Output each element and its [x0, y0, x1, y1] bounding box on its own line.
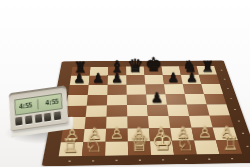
black-pawn[interactable]: ♟: [167, 71, 179, 84]
black-queen[interactable]: ♛: [127, 57, 144, 75]
black-pawn[interactable]: ♟: [111, 71, 123, 84]
white-king[interactable]: ♔: [152, 130, 174, 154]
square-a7[interactable]: ♟: [70, 76, 90, 86]
square-g7[interactable]: ♟: [181, 75, 201, 84]
black-pawn[interactable]: ♟: [151, 90, 164, 104]
frame-marker-dot: [221, 70, 223, 71]
white-rook[interactable]: ♖: [62, 137, 79, 156]
square-h4[interactable]: [207, 104, 230, 115]
square-g5[interactable]: [185, 94, 207, 105]
frame-marker-dot: [139, 159, 141, 161]
clock-button-4[interactable]: [44, 113, 51, 122]
frame-marker-dot: [238, 120, 240, 121]
clock-button-2[interactable]: [25, 115, 32, 124]
white-rook[interactable]: ♖: [222, 135, 238, 153]
square-e5[interactable]: ♟: [146, 94, 167, 105]
square-f4[interactable]: [167, 105, 189, 116]
square-f6[interactable]: [164, 84, 185, 94]
frame-marker-dot: [234, 109, 236, 110]
white-pawn[interactable]: ♙: [198, 124, 212, 140]
clock-button-1[interactable]: [15, 117, 22, 126]
frame-marker-dot: [242, 133, 245, 134]
square-f7[interactable]: ♟: [163, 75, 183, 84]
square-b4[interactable]: [86, 105, 107, 117]
square-c1[interactable]: [105, 141, 128, 155]
square-b7[interactable]: ♟: [89, 76, 108, 86]
square-g4[interactable]: [187, 104, 210, 115]
frame-marker-dot: [162, 159, 164, 161]
square-d5[interactable]: [127, 94, 147, 105]
square-g6[interactable]: [183, 84, 204, 94]
square-c2[interactable]: ♙: [106, 129, 128, 142]
square-f1[interactable]: ♘: [172, 141, 197, 155]
product-photo-scene: 4:55 4:55 ♜♝♛♚♞♜♟♟♟♟♟♟♙♙♙♙♙♙♙♙♖♘♕♔♘♖: [0, 0, 250, 167]
square-d7[interactable]: [126, 75, 145, 84]
square-e8[interactable]: ♚: [144, 66, 163, 75]
black-king[interactable]: ♚: [145, 56, 162, 75]
square-b1[interactable]: ♘: [82, 142, 106, 156]
square-a1[interactable]: ♖: [59, 142, 84, 156]
white-queen[interactable]: ♕: [129, 131, 150, 154]
clock-button-5[interactable]: [54, 111, 61, 120]
frame-marker-dot: [115, 160, 117, 162]
square-e4[interactable]: [147, 105, 169, 116]
frame-marker-dot: [92, 160, 94, 162]
board-grid: ♜♝♛♚♞♜♟♟♟♟♟♟♙♙♙♙♙♙♙♙♖♘♕♔♘♖: [59, 66, 242, 156]
frame-marker-dot: [68, 161, 71, 163]
frame-marker-dot: [246, 146, 249, 147]
clock-button-3[interactable]: [34, 114, 41, 123]
square-h8[interactable]: ♜: [197, 66, 217, 75]
square-h1[interactable]: ♖: [216, 140, 242, 154]
black-pawn[interactable]: ♟: [92, 71, 104, 84]
square-c4[interactable]: [107, 105, 128, 117]
square-b6[interactable]: [88, 85, 108, 95]
square-c7[interactable]: ♟: [108, 75, 127, 84]
square-d6[interactable]: [126, 85, 146, 95]
square-c5[interactable]: [107, 95, 127, 106]
square-h6[interactable]: [201, 84, 223, 94]
black-pawn[interactable]: ♟: [73, 71, 85, 84]
black-rook[interactable]: ♜: [201, 60, 214, 75]
clock-body: 4:55 4:55: [9, 85, 68, 131]
chess-clock: 4:55 4:55: [5, 81, 78, 142]
left-player-time: 4:55: [19, 101, 32, 111]
frame-marker-dot: [185, 159, 188, 161]
white-pawn[interactable]: ♙: [110, 125, 124, 141]
white-knight[interactable]: ♘: [176, 133, 195, 154]
square-d8[interactable]: ♛: [126, 66, 144, 75]
frame-marker-dot: [230, 98, 232, 99]
square-b5[interactable]: [87, 95, 108, 106]
frame-marker-dot: [231, 158, 234, 159]
frame-marker-dot: [224, 79, 226, 80]
square-e1[interactable]: ♔: [150, 141, 174, 155]
white-knight[interactable]: ♘: [84, 134, 103, 155]
frame-marker-dot: [227, 88, 229, 89]
black-pawn[interactable]: ♟: [186, 71, 198, 84]
right-player-time: 4:55: [45, 98, 58, 108]
square-f5[interactable]: [165, 94, 186, 105]
square-h7[interactable]: [199, 75, 220, 84]
square-c6[interactable]: [107, 85, 126, 95]
square-d1[interactable]: ♕: [128, 141, 151, 155]
frame-marker-dot: [208, 158, 211, 159]
square-h5[interactable]: [204, 94, 226, 105]
square-e7[interactable]: [145, 75, 165, 84]
lcd-divider: [38, 99, 40, 109]
square-d4[interactable]: [127, 105, 148, 116]
